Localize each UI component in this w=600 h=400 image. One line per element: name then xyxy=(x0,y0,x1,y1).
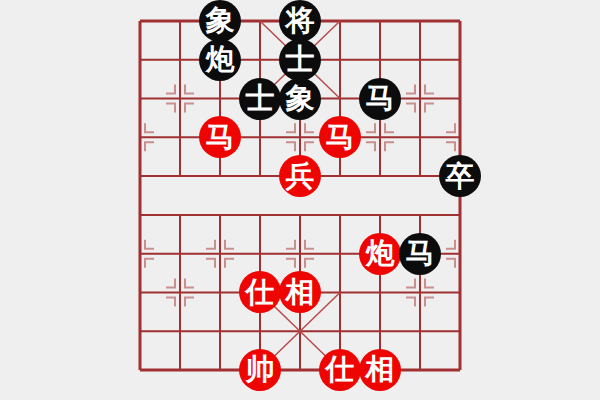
piece-label: 相 xyxy=(286,278,315,307)
piece-label: 炮 xyxy=(206,45,235,74)
board-point[interactable]: 仕 xyxy=(240,273,280,312)
piece-red-elephant[interactable]: 相 xyxy=(279,271,321,313)
board-point[interactable]: 马 xyxy=(400,234,440,273)
piece-label: 马 xyxy=(366,84,395,113)
piece-black-elephant[interactable]: 象 xyxy=(199,0,241,42)
piece-red-horse[interactable]: 马 xyxy=(199,116,241,158)
piece-label: 象 xyxy=(206,6,235,35)
board-point[interactable]: 马 xyxy=(360,79,400,118)
piece-label: 仕 xyxy=(326,355,355,384)
board-point[interactable]: 卒 xyxy=(440,157,480,196)
piece-black-cannon[interactable]: 炮 xyxy=(199,39,241,81)
piece-red-advisor[interactable]: 仕 xyxy=(239,271,281,313)
piece-label: 象 xyxy=(286,84,315,113)
board-point[interactable]: 象 xyxy=(280,79,320,118)
piece-red-advisor[interactable]: 仕 xyxy=(319,349,361,391)
board-point[interactable]: 相 xyxy=(360,350,400,389)
piece-black-pawn[interactable]: 卒 xyxy=(439,155,481,197)
pieces-layer: 象将炮士士象马马马兵卒炮马仕相帅仕相 xyxy=(120,2,480,390)
piece-black-elephant[interactable]: 象 xyxy=(279,78,321,120)
piece-label: 马 xyxy=(206,123,235,152)
board-point[interactable]: 相 xyxy=(280,273,320,312)
piece-red-horse[interactable]: 马 xyxy=(319,116,361,158)
xiangqi-board: 象将炮士士象马马马兵卒炮马仕相帅仕相 xyxy=(0,0,600,400)
piece-black-horse[interactable]: 马 xyxy=(359,78,401,120)
piece-label: 马 xyxy=(326,123,355,152)
piece-black-advisor[interactable]: 士 xyxy=(279,39,321,81)
board-point[interactable]: 兵 xyxy=(280,157,320,196)
piece-red-general[interactable]: 帅 xyxy=(239,349,281,391)
piece-label: 士 xyxy=(246,84,275,113)
piece-red-cannon[interactable]: 炮 xyxy=(359,233,401,275)
board-point[interactable]: 仕 xyxy=(320,350,360,389)
board-point[interactable]: 炮 xyxy=(360,234,400,273)
board-point[interactable]: 士 xyxy=(280,40,320,79)
piece-label: 士 xyxy=(286,45,315,74)
piece-label: 卒 xyxy=(446,162,475,191)
piece-red-elephant[interactable]: 相 xyxy=(359,349,401,391)
board-point[interactable]: 象 xyxy=(200,2,240,41)
piece-label: 帅 xyxy=(246,355,275,384)
piece-label: 仕 xyxy=(246,278,275,307)
piece-label: 将 xyxy=(286,6,315,35)
piece-label: 相 xyxy=(366,355,395,384)
board-point[interactable]: 将 xyxy=(280,2,320,41)
piece-label: 炮 xyxy=(366,239,395,268)
piece-red-pawn[interactable]: 兵 xyxy=(279,155,321,197)
board-point[interactable]: 炮 xyxy=(200,40,240,79)
board-point[interactable]: 马 xyxy=(320,118,360,157)
board-point[interactable]: 士 xyxy=(240,79,280,118)
board-point[interactable]: 马 xyxy=(200,118,240,157)
piece-label: 马 xyxy=(406,239,435,268)
piece-black-general[interactable]: 将 xyxy=(279,0,321,42)
piece-black-horse[interactable]: 马 xyxy=(399,233,441,275)
piece-black-advisor[interactable]: 士 xyxy=(239,78,281,120)
piece-label: 兵 xyxy=(286,162,315,191)
board-point[interactable]: 帅 xyxy=(240,350,280,389)
